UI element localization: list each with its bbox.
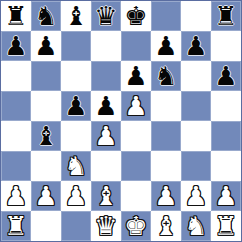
piece-white-pawn[interactable]: ♟ [34,181,57,211]
square-g8[interactable] [181,1,211,31]
chess-board: ♜♞♝♛♚♜♟♟♟♟♟♞♟♟♟♟♝♟♞♟♟♟♝♟♟♟♜♛♚♝♞♜ [0,0,242,242]
square-d5[interactable]: ♟ [91,91,121,121]
piece-white-rook[interactable]: ♜ [214,211,237,241]
square-e3[interactable] [121,151,151,181]
square-f7[interactable]: ♟ [151,31,181,61]
square-a4[interactable] [1,121,31,151]
piece-white-pawn[interactable]: ♟ [154,181,177,211]
square-c1[interactable] [61,211,91,241]
piece-white-bishop[interactable]: ♝ [94,181,117,211]
square-h4[interactable] [211,121,241,151]
square-h3[interactable] [211,151,241,181]
square-h6[interactable]: ♟ [211,61,241,91]
square-d2[interactable]: ♝ [91,181,121,211]
piece-white-knight[interactable]: ♞ [64,151,87,181]
piece-white-bishop[interactable]: ♝ [154,211,177,241]
square-g7[interactable]: ♟ [181,31,211,61]
square-f8[interactable] [151,1,181,31]
square-c4[interactable] [61,121,91,151]
square-f1[interactable]: ♝ [151,211,181,241]
piece-black-pawn[interactable]: ♟ [214,61,237,91]
square-a1[interactable]: ♜ [1,211,31,241]
piece-black-pawn[interactable]: ♟ [154,31,177,61]
piece-white-pawn[interactable]: ♟ [214,181,237,211]
square-g4[interactable] [181,121,211,151]
square-d3[interactable] [91,151,121,181]
square-g5[interactable] [181,91,211,121]
piece-black-pawn[interactable]: ♟ [34,31,57,61]
square-a7[interactable]: ♟ [1,31,31,61]
piece-white-rook[interactable]: ♜ [4,211,27,241]
square-f2[interactable]: ♟ [151,181,181,211]
square-b3[interactable] [31,151,61,181]
piece-white-pawn[interactable]: ♟ [94,121,117,151]
square-e1[interactable]: ♚ [121,211,151,241]
square-g3[interactable] [181,151,211,181]
piece-white-queen[interactable]: ♛ [94,211,117,241]
square-a5[interactable] [1,91,31,121]
square-h8[interactable]: ♜ [211,1,241,31]
square-a6[interactable] [1,61,31,91]
piece-black-pawn[interactable]: ♟ [94,91,117,121]
piece-black-bishop[interactable]: ♝ [64,1,87,31]
square-e7[interactable] [121,31,151,61]
square-c2[interactable]: ♟ [61,181,91,211]
square-c8[interactable]: ♝ [61,1,91,31]
square-b2[interactable]: ♟ [31,181,61,211]
square-h1[interactable]: ♜ [211,211,241,241]
piece-black-bishop[interactable]: ♝ [34,121,57,151]
piece-white-pawn[interactable]: ♟ [64,181,87,211]
square-g2[interactable]: ♟ [181,181,211,211]
square-e4[interactable] [121,121,151,151]
square-b1[interactable] [31,211,61,241]
square-d7[interactable] [91,31,121,61]
square-c5[interactable]: ♟ [61,91,91,121]
piece-black-knight[interactable]: ♞ [34,1,57,31]
piece-black-pawn[interactable]: ♟ [64,91,87,121]
piece-black-pawn[interactable]: ♟ [4,31,27,61]
piece-black-rook[interactable]: ♜ [214,1,237,31]
square-a8[interactable]: ♜ [1,1,31,31]
square-f4[interactable] [151,121,181,151]
square-g6[interactable] [181,61,211,91]
square-b7[interactable]: ♟ [31,31,61,61]
square-b8[interactable]: ♞ [31,1,61,31]
square-e6[interactable]: ♟ [121,61,151,91]
square-f3[interactable] [151,151,181,181]
square-d6[interactable] [91,61,121,91]
piece-black-pawn[interactable]: ♟ [184,31,207,61]
piece-white-pawn[interactable]: ♟ [184,181,207,211]
piece-white-knight[interactable]: ♞ [184,211,207,241]
chess-board-grid: ♜♞♝♛♚♜♟♟♟♟♟♞♟♟♟♟♝♟♞♟♟♟♝♟♟♟♜♛♚♝♞♜ [1,1,241,241]
square-c3[interactable]: ♞ [61,151,91,181]
square-f5[interactable] [151,91,181,121]
square-b4[interactable]: ♝ [31,121,61,151]
square-g1[interactable]: ♞ [181,211,211,241]
square-e2[interactable] [121,181,151,211]
square-d4[interactable]: ♟ [91,121,121,151]
square-e8[interactable]: ♚ [121,1,151,31]
square-d8[interactable]: ♛ [91,1,121,31]
piece-black-queen[interactable]: ♛ [94,1,117,31]
piece-white-pawn[interactable]: ♟ [4,181,27,211]
piece-black-king[interactable]: ♚ [124,1,147,31]
square-b6[interactable] [31,61,61,91]
square-a3[interactable] [1,151,31,181]
square-c7[interactable] [61,31,91,61]
square-b5[interactable] [31,91,61,121]
square-h2[interactable]: ♟ [211,181,241,211]
square-f6[interactable]: ♞ [151,61,181,91]
square-a2[interactable]: ♟ [1,181,31,211]
piece-black-rook[interactable]: ♜ [4,1,27,31]
square-e5[interactable]: ♟ [121,91,151,121]
piece-white-king[interactable]: ♚ [124,211,147,241]
square-h5[interactable] [211,91,241,121]
piece-black-knight[interactable]: ♞ [154,61,177,91]
square-c6[interactable] [61,61,91,91]
piece-black-pawn[interactable]: ♟ [124,61,147,91]
square-h7[interactable] [211,31,241,61]
piece-white-pawn[interactable]: ♟ [124,91,147,121]
square-d1[interactable]: ♛ [91,211,121,241]
